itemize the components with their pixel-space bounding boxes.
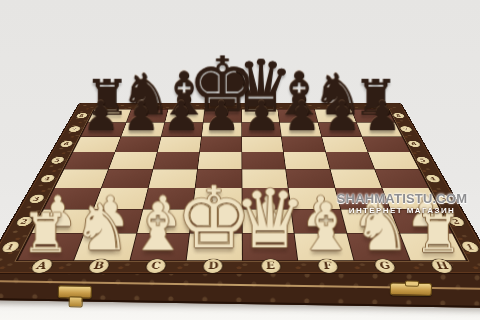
rank-label-left-7: 7 xyxy=(66,126,82,132)
rank-label-left-5: 5 xyxy=(48,157,65,164)
square-g7[interactable]: ♟ xyxy=(318,122,361,136)
white-rook[interactable]: ♜ xyxy=(414,208,463,259)
square-h5[interactable] xyxy=(368,152,418,169)
white-queen[interactable]: ♛ xyxy=(234,182,307,259)
square-c6[interactable] xyxy=(157,137,200,152)
rank-label-left-4: 4 xyxy=(38,174,57,182)
watermark-subtitle: ИНТЕРНЕТ МАГАЗИН xyxy=(328,206,476,215)
brass-clasp-right xyxy=(390,282,432,296)
square-b5[interactable] xyxy=(109,152,157,169)
board-frame: ♜♞♝♚♛♝♞♜♟♟♟♟♟♟♟♟♟♟♟♟♟♟♟♟♜♞♝♚♛♝♞♜ ABCDEFG… xyxy=(0,103,480,274)
square-f7[interactable]: ♟ xyxy=(280,122,321,136)
square-b4[interactable] xyxy=(102,169,153,188)
black-pawn[interactable]: ♟ xyxy=(163,97,200,136)
square-a5[interactable] xyxy=(64,152,114,169)
watermark: SHAHMATISTU.COM ИНТЕРНЕТ МАГАЗИН xyxy=(328,191,476,215)
square-f6[interactable] xyxy=(282,137,325,152)
black-pawn[interactable]: ♟ xyxy=(123,97,160,136)
white-rook[interactable]: ♜ xyxy=(22,208,71,259)
square-d7[interactable]: ♟ xyxy=(202,122,241,136)
board-grid: ♜♞♝♚♛♝♞♜♟♟♟♟♟♟♟♟♟♟♟♟♟♟♟♟♜♞♝♚♛♝♞♜ xyxy=(16,109,469,261)
square-f5[interactable] xyxy=(284,152,330,169)
square-b6[interactable] xyxy=(115,137,160,152)
black-pawn[interactable]: ♟ xyxy=(243,97,280,136)
rank-label-left-1: 1 xyxy=(0,241,22,253)
square-e1[interactable]: ♛ xyxy=(242,234,297,261)
square-g6[interactable] xyxy=(322,137,367,152)
watermark-site: SHAHMATISTU.COM xyxy=(328,191,476,206)
square-h6[interactable] xyxy=(362,137,409,152)
black-pawn[interactable]: ♟ xyxy=(283,97,320,136)
chess-board: ♜♞♝♚♛♝♞♜♟♟♟♟♟♟♟♟♟♟♟♟♟♟♟♟♜♞♝♚♛♝♞♜ ABCDEFG… xyxy=(0,103,480,274)
square-c5[interactable] xyxy=(153,152,199,169)
black-pawn[interactable]: ♟ xyxy=(83,97,120,136)
square-h7[interactable]: ♟ xyxy=(357,122,402,136)
square-d5[interactable] xyxy=(198,152,242,169)
square-h4[interactable] xyxy=(375,169,428,188)
square-g1[interactable]: ♞ xyxy=(348,234,410,261)
square-e7[interactable]: ♟ xyxy=(242,122,282,136)
square-c7[interactable]: ♟ xyxy=(161,122,202,136)
square-e6[interactable] xyxy=(242,137,284,152)
square-a7[interactable]: ♟ xyxy=(81,122,126,136)
black-pawn[interactable]: ♟ xyxy=(323,97,360,136)
square-a4[interactable] xyxy=(55,169,108,188)
square-g4[interactable] xyxy=(331,169,382,188)
square-g5[interactable] xyxy=(326,152,374,169)
square-e5[interactable] xyxy=(242,152,286,169)
rank-label-left-6: 6 xyxy=(58,141,74,148)
square-b1[interactable]: ♞ xyxy=(74,234,136,261)
square-b7[interactable]: ♟ xyxy=(121,122,164,136)
white-knight[interactable]: ♞ xyxy=(73,199,130,260)
black-pawn[interactable]: ♟ xyxy=(203,97,240,136)
square-a6[interactable] xyxy=(73,137,120,152)
black-pawn[interactable]: ♟ xyxy=(363,97,400,136)
brass-clasp-left xyxy=(58,285,92,299)
square-d6[interactable] xyxy=(200,137,241,152)
photo-backdrop: ♜♞♝♚♛♝♞♜♟♟♟♟♟♟♟♟♟♟♟♟♟♟♟♟♜♞♝♚♛♝♞♜ ABCDEFG… xyxy=(0,0,480,320)
